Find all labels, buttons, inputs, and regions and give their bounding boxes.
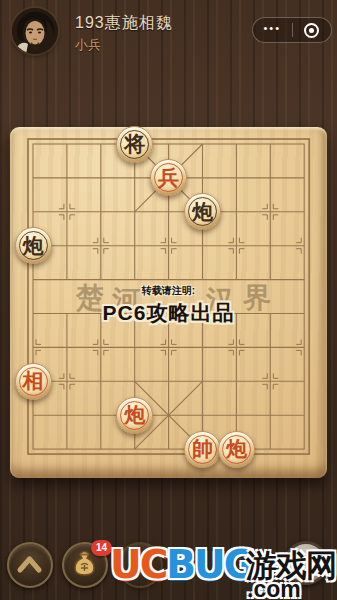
chevron-up-icon — [9, 544, 50, 585]
watermark-domain: .com — [247, 578, 301, 600]
faint-tower-icon — [119, 544, 160, 585]
back-up-button[interactable] — [7, 542, 53, 588]
piece-glyph: 炮 — [185, 194, 220, 229]
piece-red-兵[interactable]: 兵 — [150, 159, 187, 196]
piece-glyph: 将 — [117, 127, 152, 162]
more-dots-icon: ••• — [263, 23, 281, 37]
more-menu-button[interactable]: ••• — [253, 18, 292, 42]
piece-red-帥[interactable]: 帥 — [184, 431, 221, 468]
right-round-button[interactable] — [284, 541, 328, 585]
piece-black-将[interactable]: 将 — [116, 126, 153, 163]
piece-glyph: 炮 — [117, 398, 152, 433]
close-minimize-button[interactable] — [293, 18, 332, 42]
xiangqi-board[interactable]: 楚 河 汉 界 将兵炮炮相炮帥炮 — [10, 127, 327, 478]
river-char-jie: 界 — [243, 284, 271, 312]
river-char-chu: 楚 — [76, 284, 104, 312]
page-subtitle: 小兵 — [75, 36, 101, 54]
piece-black-炮[interactable]: 炮 — [15, 227, 52, 264]
target-circle-icon — [304, 23, 319, 38]
avatar[interactable] — [12, 8, 58, 54]
avatar-portrait-icon — [12, 8, 58, 54]
hidden-bottom-button[interactable] — [117, 542, 163, 588]
rewards-bag-button[interactable]: 14 — [62, 542, 108, 588]
piece-glyph: 炮 — [219, 432, 254, 467]
river-char-han: 汉 — [206, 287, 234, 315]
page-title: 193惠施相魏 — [75, 13, 173, 34]
river-char-he: 河 — [112, 287, 140, 315]
piece-red-炮[interactable]: 炮 — [116, 397, 153, 434]
piece-glyph: 帥 — [185, 432, 220, 467]
piece-glyph: 相 — [16, 364, 51, 399]
piece-red-相[interactable]: 相 — [15, 363, 52, 400]
piece-glyph: 炮 — [16, 228, 51, 263]
miniprogram-capsule: ••• — [252, 17, 332, 43]
piece-black-炮[interactable]: 炮 — [184, 193, 221, 230]
piece-glyph: 兵 — [151, 160, 186, 195]
badge-count: 14 — [91, 540, 112, 556]
piece-red-炮[interactable]: 炮 — [218, 431, 255, 468]
watermark-bug: BUG — [166, 542, 253, 587]
app-screen: { "game": "xiangqi (Chinese chess) — Tia… — [0, 0, 337, 600]
